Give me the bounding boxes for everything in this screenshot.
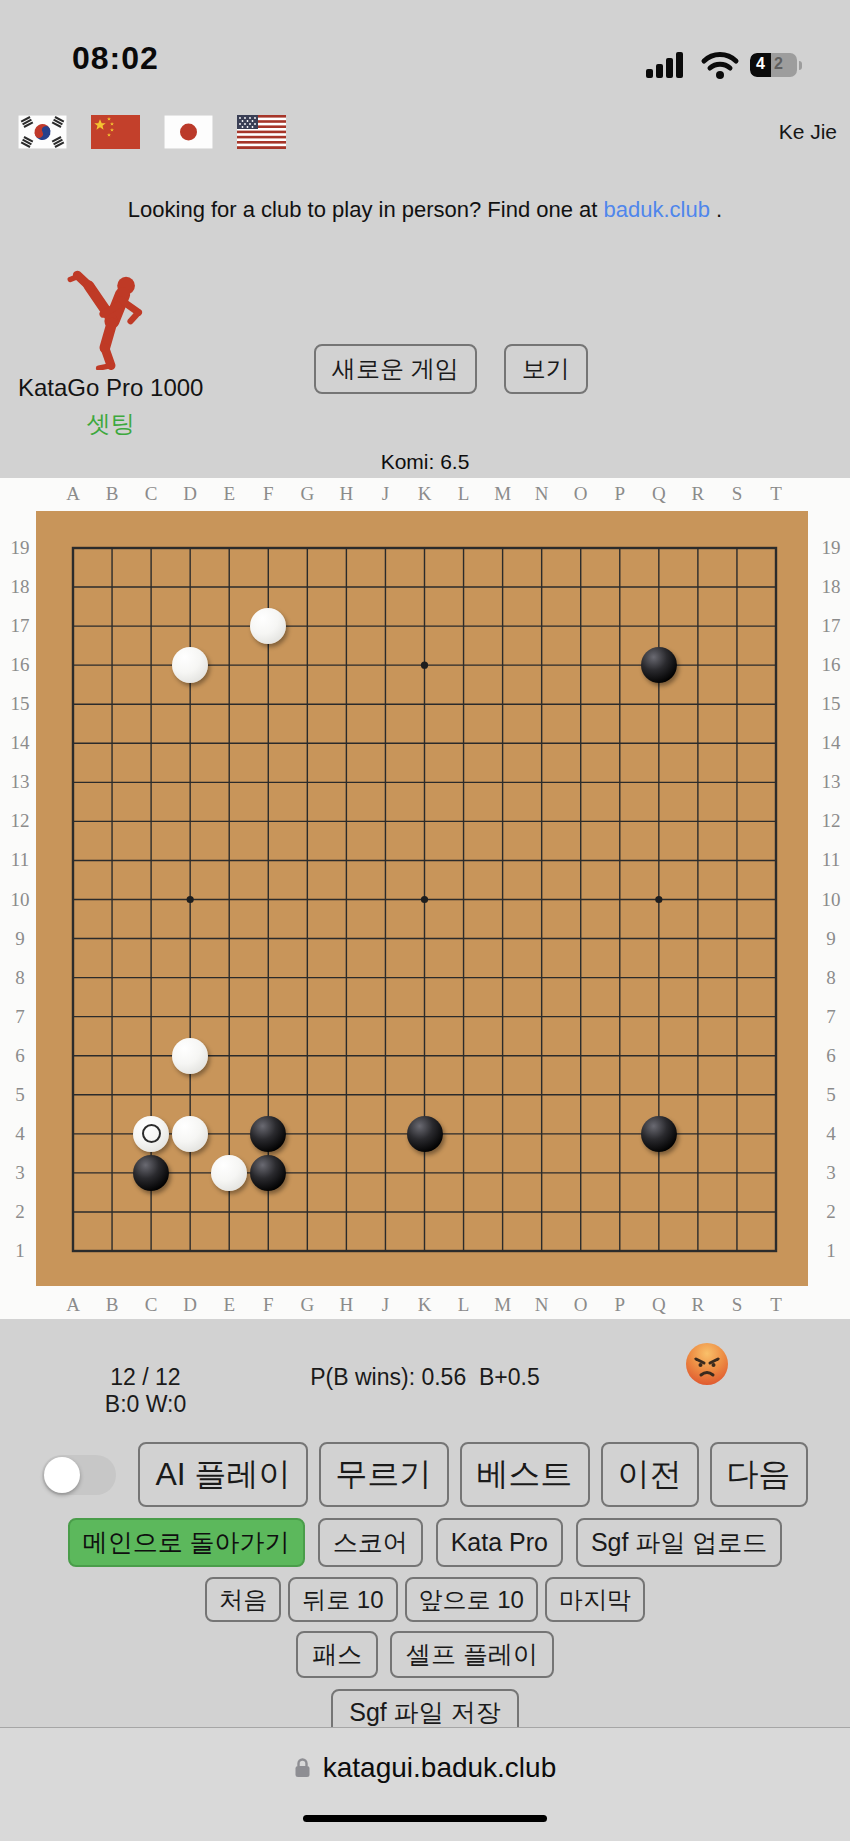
controls-row-4: 패스 셀프 플레이 [0, 1631, 850, 1678]
stone-white-C4 [133, 1116, 169, 1152]
coord-bottom-T: T [770, 1294, 782, 1316]
coord-right-10: 10 [822, 889, 841, 911]
club-banner-text: Looking for a club to play in person? Fi… [128, 197, 604, 222]
battery-nub [799, 61, 802, 70]
app-title: KataGo Pro 1000 [18, 374, 203, 402]
coord-left-3: 3 [15, 1162, 25, 1184]
coord-top-L: L [458, 483, 470, 505]
coord-bottom-R: R [692, 1294, 705, 1316]
coord-left-9: 9 [15, 928, 25, 950]
first-move-button[interactable]: 처음 [205, 1577, 281, 1622]
coord-bottom-P: P [614, 1294, 625, 1316]
coord-bottom-A: A [66, 1294, 80, 1316]
coord-top-Q: Q [652, 483, 666, 505]
coord-left-5: 5 [15, 1084, 25, 1106]
new-game-button[interactable]: 새로운 게임 [314, 344, 477, 394]
coord-bottom-J: J [382, 1294, 389, 1316]
coord-bottom-C: C [145, 1294, 158, 1316]
coord-right-14: 14 [822, 732, 841, 754]
ai-play-button[interactable]: AI 플레이 [138, 1442, 307, 1507]
coord-left-17: 17 [11, 615, 30, 637]
coord-bottom-O: O [574, 1294, 588, 1316]
battery-icon: 4 2 [750, 53, 797, 77]
lock-icon [294, 1757, 311, 1779]
coord-top-M: M [494, 483, 511, 505]
coord-bottom-M: M [494, 1294, 511, 1316]
coord-right-15: 15 [822, 693, 841, 715]
coord-left-2: 2 [15, 1201, 25, 1223]
coord-right-12: 12 [822, 810, 841, 832]
coord-top-F: F [263, 483, 274, 505]
coord-bottom-G: G [300, 1294, 314, 1316]
player-name: Ke Jie [779, 120, 837, 144]
coord-right-9: 9 [826, 928, 836, 950]
stone-black-F4 [250, 1116, 286, 1152]
coord-top-T: T [770, 483, 782, 505]
coord-left-14: 14 [11, 732, 30, 754]
coord-top-G: G [300, 483, 314, 505]
komi-label: Komi: 6.5 [0, 450, 850, 474]
controls-row-1: AI 플레이 무르기 베스트 이전 다음 [0, 1442, 850, 1507]
coord-left-6: 6 [15, 1045, 25, 1067]
angry-face-emoji [684, 1341, 730, 1387]
club-banner: Looking for a club to play in person? Fi… [0, 197, 850, 223]
coord-bottom-E: E [223, 1294, 235, 1316]
coord-top-N: N [535, 483, 549, 505]
flag-united-states[interactable] [237, 115, 286, 149]
coord-right-5: 5 [826, 1084, 836, 1106]
header-buttons: 새로운 게임 보기 [314, 344, 588, 394]
club-banner-suffix: . [710, 197, 722, 222]
back-10-button[interactable]: 뒤로 10 [288, 1577, 397, 1622]
coord-top-D: D [183, 483, 197, 505]
coord-bottom-H: H [340, 1294, 354, 1316]
coord-right-17: 17 [822, 615, 841, 637]
coord-bottom-N: N [535, 1294, 549, 1316]
pass-button[interactable]: 패스 [296, 1631, 378, 1678]
ai-toggle[interactable] [42, 1455, 116, 1495]
settings-link[interactable]: 셋팅 [18, 408, 203, 440]
browser-bottom-bar: katagui.baduk.club [0, 1727, 850, 1841]
coord-right-3: 3 [826, 1162, 836, 1184]
coord-right-4: 4 [826, 1123, 836, 1145]
best-move-button[interactable]: 베스트 [460, 1442, 590, 1507]
coord-top-E: E [223, 483, 235, 505]
last-move-marker [142, 1124, 161, 1143]
coord-right-19: 19 [822, 537, 841, 559]
url-bar[interactable]: katagui.baduk.club [0, 1752, 850, 1784]
board-container: AABBCCDDEEFFGGHHJJKKLLMMNNOOPPQQRRSSTT19… [0, 478, 850, 1319]
coord-top-H: H [340, 483, 354, 505]
coord-bottom-L: L [458, 1294, 470, 1316]
coord-bottom-K: K [418, 1294, 432, 1316]
kata-pro-button[interactable]: Kata Pro [436, 1518, 563, 1567]
coord-right-13: 13 [822, 771, 841, 793]
coord-top-C: C [145, 483, 158, 505]
star-point-K16 [421, 662, 428, 669]
coord-left-11: 11 [11, 849, 29, 871]
coord-left-1: 1 [15, 1240, 25, 1262]
coord-left-19: 19 [11, 537, 30, 559]
brand-block: KataGo Pro 1000 셋팅 [18, 268, 203, 440]
coord-bottom-S: S [732, 1294, 743, 1316]
view-button[interactable]: 보기 [504, 344, 588, 394]
home-indicator[interactable] [303, 1815, 547, 1822]
last-move-button[interactable]: 마지막 [545, 1577, 645, 1622]
stone-white-D6 [172, 1038, 208, 1074]
flag-china[interactable] [91, 115, 140, 149]
coord-right-6: 6 [826, 1045, 836, 1067]
sgf-upload-button[interactable]: Sgf 파일 업로드 [576, 1518, 782, 1567]
coord-bottom-Q: Q [652, 1294, 666, 1316]
coord-right-16: 16 [822, 654, 841, 676]
clock-time: 08:02 [72, 40, 159, 77]
star-point-K10 [421, 896, 428, 903]
statusbar-icons: 4 2 [646, 50, 802, 80]
stone-black-C3 [133, 1155, 169, 1191]
coord-right-18: 18 [822, 576, 841, 598]
undo-button[interactable]: 무르기 [319, 1442, 449, 1507]
flag-south-korea[interactable] [18, 115, 67, 149]
coord-bottom-F: F [263, 1294, 274, 1316]
cellular-signal-icon [646, 50, 690, 80]
coord-top-K: K [418, 483, 432, 505]
taekwondo-kick-logo [65, 268, 157, 370]
coord-left-8: 8 [15, 967, 25, 989]
coord-top-A: A [66, 483, 80, 505]
coord-left-7: 7 [15, 1006, 25, 1028]
coord-left-10: 10 [11, 889, 30, 911]
baduk-club-link[interactable]: baduk.club [604, 197, 710, 222]
forward-10-button[interactable]: 앞으로 10 [405, 1577, 538, 1622]
site-url: katagui.baduk.club [323, 1752, 557, 1784]
controls-row-2: 메인으로 돌아가기 스코어 Kata Pro Sgf 파일 업로드 [0, 1518, 850, 1567]
coord-top-S: S [732, 483, 743, 505]
coord-left-4: 4 [15, 1123, 25, 1145]
coord-right-8: 8 [826, 967, 836, 989]
coord-left-16: 16 [11, 654, 30, 676]
coord-left-18: 18 [11, 576, 30, 598]
next-button[interactable]: 다음 [710, 1442, 808, 1507]
stone-white-E3 [211, 1155, 247, 1191]
wifi-icon [700, 50, 740, 80]
stone-black-F3 [250, 1155, 286, 1191]
coord-top-P: P [614, 483, 625, 505]
coord-right-1: 1 [826, 1240, 836, 1262]
coord-left-13: 13 [11, 771, 30, 793]
coord-bottom-D: D [183, 1294, 197, 1316]
coord-top-O: O [574, 483, 588, 505]
coord-top-R: R [692, 483, 705, 505]
stone-black-Q4 [641, 1116, 677, 1152]
stone-black-K4 [407, 1116, 443, 1152]
captures-count: B:0 W:0 [88, 1391, 203, 1418]
language-flags [18, 115, 286, 149]
stone-black-Q16 [641, 647, 677, 683]
star-point-D10 [187, 896, 194, 903]
coord-top-J: J [382, 483, 389, 505]
back-to-main-button[interactable]: 메인으로 돌아가기 [68, 1518, 305, 1567]
coord-right-2: 2 [826, 1201, 836, 1223]
stone-white-D4 [172, 1116, 208, 1152]
coord-bottom-B: B [106, 1294, 119, 1316]
previous-button[interactable]: 이전 [601, 1442, 699, 1507]
coord-left-12: 12 [11, 810, 30, 832]
controls-row-3: 처음 뒤로 10 앞으로 10 마지막 [0, 1577, 850, 1622]
coord-left-15: 15 [11, 693, 30, 715]
star-point-Q10 [655, 896, 662, 903]
coord-right-11: 11 [822, 849, 840, 871]
score-button[interactable]: 스코어 [318, 1518, 423, 1567]
flag-japan[interactable] [164, 115, 213, 149]
coord-top-B: B [106, 483, 119, 505]
self-play-button[interactable]: 셀프 플레이 [390, 1631, 554, 1678]
goban[interactable] [36, 511, 808, 1286]
ai-toggle-knob [44, 1457, 80, 1493]
coord-right-7: 7 [826, 1006, 836, 1028]
